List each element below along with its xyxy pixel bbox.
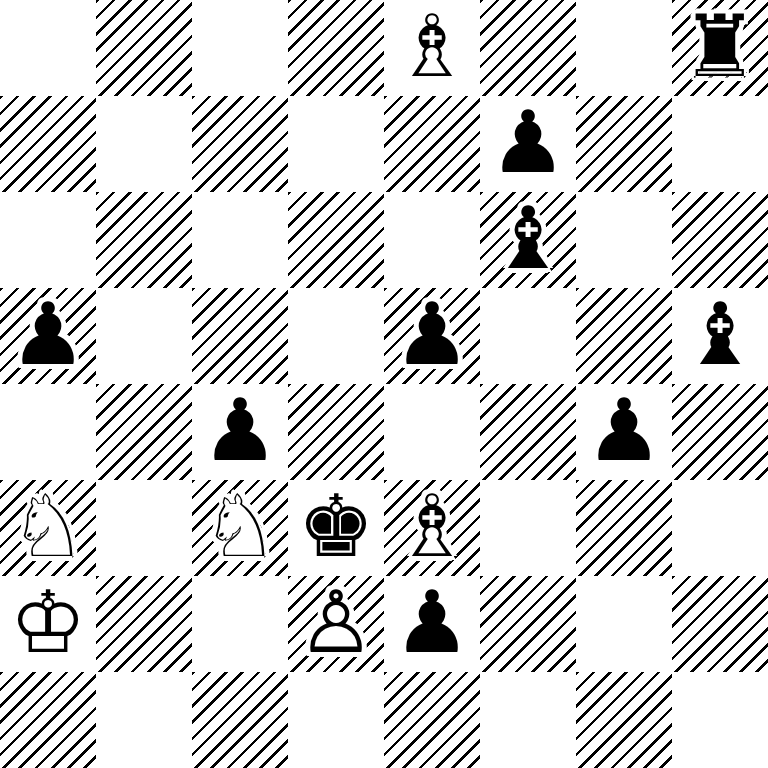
black-pawn[interactable]: ♟ <box>480 96 576 192</box>
piece-outline-glyph: ♘ <box>9 483 86 569</box>
square-h2[interactable] <box>672 576 768 672</box>
black-king[interactable]: ♚ <box>288 480 384 576</box>
square-d6[interactable] <box>288 192 384 288</box>
black-pawn[interactable]: ♟ <box>384 288 480 384</box>
square-c6[interactable] <box>192 192 288 288</box>
square-d7[interactable] <box>288 96 384 192</box>
square-b6[interactable] <box>96 192 192 288</box>
square-b5[interactable] <box>96 288 192 384</box>
square-e6[interactable] <box>384 192 480 288</box>
white-knight[interactable]: ♞♘ <box>192 480 288 576</box>
square-a4[interactable] <box>0 384 96 480</box>
square-g5[interactable] <box>576 288 672 384</box>
white-pawn[interactable]: ♟♙ <box>288 576 384 672</box>
square-e7[interactable] <box>384 96 480 192</box>
piece-glyph: ♟ <box>393 579 470 665</box>
square-h1[interactable] <box>672 672 768 768</box>
white-bishop[interactable]: ♝♗ <box>384 0 480 96</box>
black-bishop[interactable]: ♝ <box>480 192 576 288</box>
square-a8[interactable] <box>0 0 96 96</box>
piece-outline-glyph: ♘ <box>201 483 278 569</box>
piece-glyph: ♜ <box>681 3 758 89</box>
square-d1[interactable] <box>288 672 384 768</box>
square-b8[interactable] <box>96 0 192 96</box>
square-a6[interactable] <box>0 192 96 288</box>
square-g7[interactable] <box>576 96 672 192</box>
square-d3[interactable]: ♚ <box>288 480 384 576</box>
black-bishop[interactable]: ♝ <box>672 288 768 384</box>
black-pawn[interactable]: ♟ <box>0 288 96 384</box>
square-g4[interactable]: ♟ <box>576 384 672 480</box>
square-c3[interactable]: ♞♘ <box>192 480 288 576</box>
square-h8[interactable]: ♜ <box>672 0 768 96</box>
black-pawn[interactable]: ♟ <box>576 384 672 480</box>
square-h6[interactable] <box>672 192 768 288</box>
square-f6[interactable]: ♝ <box>480 192 576 288</box>
square-d5[interactable] <box>288 288 384 384</box>
square-g2[interactable] <box>576 576 672 672</box>
square-c5[interactable] <box>192 288 288 384</box>
square-h5[interactable]: ♝ <box>672 288 768 384</box>
square-c2[interactable] <box>192 576 288 672</box>
square-g8[interactable] <box>576 0 672 96</box>
square-e3[interactable]: ♝♗ <box>384 480 480 576</box>
black-pawn[interactable]: ♟ <box>384 576 480 672</box>
piece-glyph: ♟ <box>585 387 662 473</box>
piece-glyph: ♟ <box>393 291 470 377</box>
piece-glyph: ♚ <box>297 483 374 569</box>
square-b3[interactable] <box>96 480 192 576</box>
piece-glyph: ♟ <box>9 291 86 377</box>
square-a1[interactable] <box>0 672 96 768</box>
square-h7[interactable] <box>672 96 768 192</box>
square-f7[interactable]: ♟ <box>480 96 576 192</box>
chess-board: ♝♗♜♟♝♟♟♝♟♟♞♘♞♘♚♝♗♚♔♟♙♟ <box>0 0 768 768</box>
square-a5[interactable]: ♟ <box>0 288 96 384</box>
square-b1[interactable] <box>96 672 192 768</box>
square-g1[interactable] <box>576 672 672 768</box>
square-a3[interactable]: ♞♘ <box>0 480 96 576</box>
piece-outline-glyph: ♗ <box>393 483 470 569</box>
square-d2[interactable]: ♟♙ <box>288 576 384 672</box>
square-h4[interactable] <box>672 384 768 480</box>
square-e2[interactable]: ♟ <box>384 576 480 672</box>
square-f5[interactable] <box>480 288 576 384</box>
white-bishop[interactable]: ♝♗ <box>384 480 480 576</box>
square-f1[interactable] <box>480 672 576 768</box>
square-e4[interactable] <box>384 384 480 480</box>
square-c7[interactable] <box>192 96 288 192</box>
white-king[interactable]: ♚♔ <box>0 576 96 672</box>
square-c4[interactable]: ♟ <box>192 384 288 480</box>
square-b2[interactable] <box>96 576 192 672</box>
square-a7[interactable] <box>0 96 96 192</box>
piece-glyph: ♟ <box>489 99 566 185</box>
piece-outline-glyph: ♙ <box>297 579 374 665</box>
black-rook[interactable]: ♜ <box>672 0 768 96</box>
piece-outline-glyph: ♗ <box>393 3 470 89</box>
square-h3[interactable] <box>672 480 768 576</box>
piece-glyph: ♟ <box>201 387 278 473</box>
square-g6[interactable] <box>576 192 672 288</box>
square-g3[interactable] <box>576 480 672 576</box>
white-knight[interactable]: ♞♘ <box>0 480 96 576</box>
piece-glyph: ♝ <box>489 195 566 281</box>
square-c1[interactable] <box>192 672 288 768</box>
square-d4[interactable] <box>288 384 384 480</box>
square-e8[interactable]: ♝♗ <box>384 0 480 96</box>
square-f3[interactable] <box>480 480 576 576</box>
square-f8[interactable] <box>480 0 576 96</box>
square-c8[interactable] <box>192 0 288 96</box>
black-pawn[interactable]: ♟ <box>192 384 288 480</box>
square-e1[interactable] <box>384 672 480 768</box>
square-e5[interactable]: ♟ <box>384 288 480 384</box>
piece-glyph: ♝ <box>681 291 758 377</box>
square-f4[interactable] <box>480 384 576 480</box>
square-a2[interactable]: ♚♔ <box>0 576 96 672</box>
piece-outline-glyph: ♔ <box>9 579 86 665</box>
square-f2[interactable] <box>480 576 576 672</box>
square-b7[interactable] <box>96 96 192 192</box>
square-b4[interactable] <box>96 384 192 480</box>
square-d8[interactable] <box>288 0 384 96</box>
